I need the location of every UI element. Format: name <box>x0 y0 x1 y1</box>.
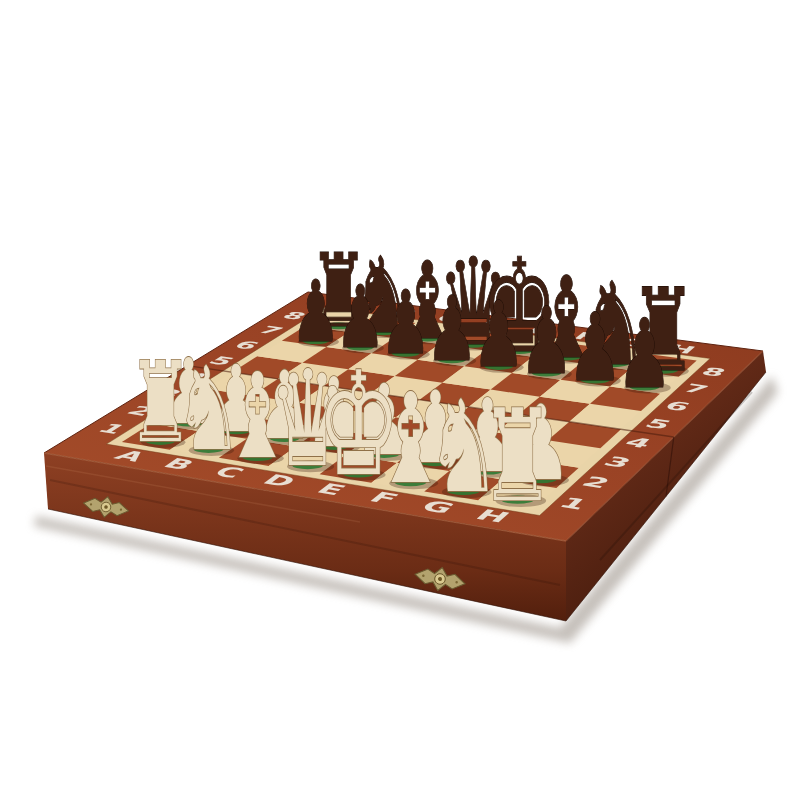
piece-black-pawn-f7: ♟ <box>519 288 573 395</box>
chess-set-product-photo: AABBCCDDEEFFGGHH1122334455667788♜♞♝♛♚♝♞♜… <box>0 0 800 800</box>
piece-black-pawn-h7: ♟ <box>616 298 672 409</box>
piece-black-pawn-g7: ♟ <box>568 292 623 402</box>
piece-white-rook-h1: ♜ <box>480 381 555 529</box>
chess-board-photo: AABBCCDDEEFFGGHH1122334455667788♜♞♝♛♚♝♞♜… <box>0 0 800 800</box>
